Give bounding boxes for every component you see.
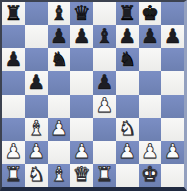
black-king[interactable]: ♚: [141, 3, 159, 23]
square-c3[interactable]: ♟: [48, 118, 71, 141]
white-bishop[interactable]: ♝: [27, 118, 45, 138]
black-pawn[interactable]: ♟: [73, 26, 91, 46]
black-rook[interactable]: ♜: [118, 3, 136, 23]
square-h6[interactable]: [161, 48, 184, 71]
square-f8[interactable]: ♜: [116, 2, 139, 25]
square-d6[interactable]: [70, 48, 93, 71]
square-h3[interactable]: [161, 118, 184, 141]
square-a3[interactable]: [2, 118, 25, 141]
square-h8[interactable]: [161, 2, 184, 25]
square-a8[interactable]: ♜: [2, 2, 25, 25]
square-b3[interactable]: ♝: [25, 118, 48, 141]
square-f4[interactable]: [116, 95, 139, 118]
square-a4[interactable]: [2, 95, 25, 118]
square-b8[interactable]: [25, 2, 48, 25]
square-e1[interactable]: ♜: [93, 164, 116, 187]
white-pawn[interactable]: ♟: [141, 141, 159, 161]
black-pawn[interactable]: ♟: [4, 49, 22, 69]
square-a1[interactable]: ♜: [2, 164, 25, 187]
square-d1[interactable]: ♛: [70, 164, 93, 187]
black-queen[interactable]: ♛: [73, 3, 91, 23]
black-pawn[interactable]: ♟: [50, 26, 68, 46]
square-f7[interactable]: ♟: [116, 25, 139, 48]
white-pawn[interactable]: ♟: [27, 141, 45, 161]
square-a2[interactable]: ♟: [2, 141, 25, 164]
black-bishop[interactable]: ♝: [50, 3, 68, 23]
chess-board-frame: ♜♝♛♜♚♟♟♝♟♟♟♟♞♞♟♟♟♝♟♞♟♟♟♟♟♟♜♞♝♛♜♚: [0, 0, 187, 191]
square-c2[interactable]: [48, 141, 71, 164]
black-rook[interactable]: ♜: [4, 3, 22, 23]
chess-board: ♜♝♛♜♚♟♟♝♟♟♟♟♞♞♟♟♟♝♟♞♟♟♟♟♟♟♜♞♝♛♜♚: [2, 2, 184, 187]
square-f2[interactable]: ♟: [116, 141, 139, 164]
square-d3[interactable]: [70, 118, 93, 141]
square-e8[interactable]: [93, 2, 116, 25]
square-a5[interactable]: [2, 71, 25, 94]
white-king[interactable]: ♚: [141, 164, 159, 184]
black-knight[interactable]: ♞: [50, 49, 68, 69]
square-f6[interactable]: ♞: [116, 48, 139, 71]
square-c5[interactable]: [48, 71, 71, 94]
square-a7[interactable]: [2, 25, 25, 48]
square-h5[interactable]: [161, 71, 184, 94]
square-g2[interactable]: ♟: [139, 141, 162, 164]
black-pawn[interactable]: ♟: [164, 26, 182, 46]
square-g1[interactable]: ♚: [139, 164, 162, 187]
square-c4[interactable]: [48, 95, 71, 118]
square-a6[interactable]: ♟: [2, 48, 25, 71]
square-e2[interactable]: [93, 141, 116, 164]
square-b4[interactable]: [25, 95, 48, 118]
square-e6[interactable]: [93, 48, 116, 71]
square-d8[interactable]: ♛: [70, 2, 93, 25]
white-pawn[interactable]: ♟: [73, 141, 91, 161]
square-b5[interactable]: ♟: [25, 71, 48, 94]
square-d5[interactable]: [70, 71, 93, 94]
square-g6[interactable]: [139, 48, 162, 71]
white-pawn[interactable]: ♟: [50, 118, 68, 138]
white-pawn[interactable]: ♟: [118, 141, 136, 161]
white-rook[interactable]: ♜: [4, 164, 22, 184]
square-e3[interactable]: [93, 118, 116, 141]
white-knight[interactable]: ♞: [118, 118, 136, 138]
square-d2[interactable]: ♟: [70, 141, 93, 164]
square-d7[interactable]: ♟: [70, 25, 93, 48]
square-g4[interactable]: [139, 95, 162, 118]
square-h4[interactable]: [161, 95, 184, 118]
white-knight[interactable]: ♞: [27, 164, 45, 184]
square-c7[interactable]: ♟: [48, 25, 71, 48]
square-d4[interactable]: [70, 95, 93, 118]
square-b1[interactable]: ♞: [25, 164, 48, 187]
square-h1[interactable]: [161, 164, 184, 187]
square-g3[interactable]: [139, 118, 162, 141]
square-f3[interactable]: ♞: [116, 118, 139, 141]
square-g7[interactable]: ♟: [139, 25, 162, 48]
square-b7[interactable]: [25, 25, 48, 48]
square-b2[interactable]: ♟: [25, 141, 48, 164]
square-g5[interactable]: [139, 71, 162, 94]
black-pawn[interactable]: ♟: [95, 72, 113, 92]
white-pawn[interactable]: ♟: [164, 141, 182, 161]
black-pawn[interactable]: ♟: [118, 26, 136, 46]
white-rook[interactable]: ♜: [95, 164, 113, 184]
square-c8[interactable]: ♝: [48, 2, 71, 25]
black-pawn[interactable]: ♟: [141, 26, 159, 46]
square-e4[interactable]: ♟: [93, 95, 116, 118]
square-h7[interactable]: ♟: [161, 25, 184, 48]
white-pawn[interactable]: ♟: [95, 95, 113, 115]
black-pawn[interactable]: ♟: [27, 72, 45, 92]
white-bishop[interactable]: ♝: [50, 164, 68, 184]
white-queen[interactable]: ♛: [73, 164, 91, 184]
white-pawn[interactable]: ♟: [4, 141, 22, 161]
square-g8[interactable]: ♚: [139, 2, 162, 25]
square-c6[interactable]: ♞: [48, 48, 71, 71]
black-knight[interactable]: ♞: [118, 49, 136, 69]
black-bishop[interactable]: ♝: [95, 26, 113, 46]
square-b6[interactable]: [25, 48, 48, 71]
square-e7[interactable]: ♝: [93, 25, 116, 48]
square-f1[interactable]: [116, 164, 139, 187]
square-h2[interactable]: ♟: [161, 141, 184, 164]
square-c1[interactable]: ♝: [48, 164, 71, 187]
square-f5[interactable]: [116, 71, 139, 94]
square-e5[interactable]: ♟: [93, 71, 116, 94]
